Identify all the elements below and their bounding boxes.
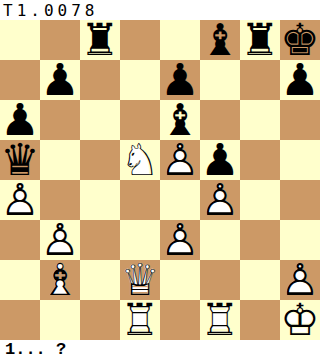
white-pawn-icon: ♟♙ (0, 180, 39, 220)
square-g4[interactable] (240, 180, 280, 220)
square-c5[interactable] (80, 140, 120, 180)
black-bishop-icon: ♝ (160, 100, 199, 140)
square-a1[interactable] (0, 300, 40, 340)
piece-outline: ♙ (160, 140, 199, 180)
piece-outline: ♘ (120, 140, 159, 180)
square-c1[interactable] (80, 300, 120, 340)
square-c8[interactable]: ♜ (80, 20, 120, 60)
square-c4[interactable] (80, 180, 120, 220)
square-a2[interactable] (0, 260, 40, 300)
piece-outline: ♕ (120, 260, 159, 300)
square-d5[interactable]: ♞♘ (120, 140, 160, 180)
square-c7[interactable] (80, 60, 120, 100)
square-h1[interactable]: ♚♔ (280, 300, 320, 340)
square-d1[interactable]: ♜♖ (120, 300, 160, 340)
square-f3[interactable] (200, 220, 240, 260)
square-b7[interactable]: ♟ (40, 60, 80, 100)
square-h5[interactable] (280, 140, 320, 180)
square-b6[interactable] (40, 100, 80, 140)
square-a3[interactable] (0, 220, 40, 260)
square-h2[interactable]: ♟♙ (280, 260, 320, 300)
square-h8[interactable]: ♚ (280, 20, 320, 60)
square-b8[interactable] (40, 20, 80, 60)
white-pawn-icon: ♟♙ (280, 260, 319, 300)
square-d3[interactable] (120, 220, 160, 260)
square-a5[interactable]: ♛ (0, 140, 40, 180)
square-f5[interactable]: ♟ (200, 140, 240, 180)
square-e8[interactable] (160, 20, 200, 60)
square-b1[interactable] (40, 300, 80, 340)
square-e2[interactable] (160, 260, 200, 300)
square-d4[interactable] (120, 180, 160, 220)
move-prompt: 1... ? (0, 340, 320, 360)
square-b3[interactable]: ♟♙ (40, 220, 80, 260)
white-rook-icon: ♜♖ (120, 300, 159, 340)
black-bishop-icon: ♝ (200, 20, 239, 60)
square-g2[interactable] (240, 260, 280, 300)
square-g3[interactable] (240, 220, 280, 260)
piece-outline: ♖ (200, 300, 239, 340)
square-f8[interactable]: ♝ (200, 20, 240, 60)
square-g6[interactable] (240, 100, 280, 140)
square-b4[interactable] (40, 180, 80, 220)
black-pawn-icon: ♟ (160, 60, 199, 100)
piece-outline: ♙ (160, 220, 199, 260)
square-b2[interactable]: ♝♗ (40, 260, 80, 300)
square-e1[interactable] (160, 300, 200, 340)
square-c2[interactable] (80, 260, 120, 300)
white-queen-icon: ♛♕ (120, 260, 159, 300)
white-pawn-icon: ♟♙ (160, 140, 199, 180)
chess-board: ♜♝♜♚♟♟♟♟♝♛♞♘♟♙♟♟♙♟♙♟♙♟♙♝♗♛♕♟♙♜♖♜♖♚♔ (0, 20, 320, 340)
square-e4[interactable] (160, 180, 200, 220)
square-g8[interactable]: ♜ (240, 20, 280, 60)
square-g7[interactable] (240, 60, 280, 100)
black-rook-icon: ♜ (80, 20, 119, 60)
chess-puzzle-window: T1.0078 ♜♝♜♚♟♟♟♟♝♛♞♘♟♙♟♟♙♟♙♟♙♟♙♝♗♛♕♟♙♜♖♜… (0, 0, 320, 360)
square-a8[interactable] (0, 20, 40, 60)
black-king-icon: ♚ (280, 20, 319, 60)
square-e3[interactable]: ♟♙ (160, 220, 200, 260)
square-d6[interactable] (120, 100, 160, 140)
square-d2[interactable]: ♛♕ (120, 260, 160, 300)
square-c3[interactable] (80, 220, 120, 260)
piece-outline: ♙ (200, 180, 239, 220)
square-h3[interactable] (280, 220, 320, 260)
square-a6[interactable]: ♟ (0, 100, 40, 140)
white-rook-icon: ♜♖ (200, 300, 239, 340)
square-a7[interactable] (0, 60, 40, 100)
black-pawn-icon: ♟ (280, 60, 319, 100)
piece-outline: ♙ (40, 220, 79, 260)
black-pawn-icon: ♟ (40, 60, 79, 100)
black-rook-icon: ♜ (240, 20, 279, 60)
square-c6[interactable] (80, 100, 120, 140)
square-a4[interactable]: ♟♙ (0, 180, 40, 220)
square-e6[interactable]: ♝ (160, 100, 200, 140)
square-e5[interactable]: ♟♙ (160, 140, 200, 180)
black-pawn-icon: ♟ (200, 140, 239, 180)
square-h7[interactable]: ♟ (280, 60, 320, 100)
white-pawn-icon: ♟♙ (160, 220, 199, 260)
puzzle-id: T1.0078 (0, 0, 320, 20)
square-g1[interactable] (240, 300, 280, 340)
white-bishop-icon: ♝♗ (40, 260, 79, 300)
square-f6[interactable] (200, 100, 240, 140)
white-knight-icon: ♞♘ (120, 140, 159, 180)
square-f4[interactable]: ♟♙ (200, 180, 240, 220)
black-pawn-icon: ♟ (0, 100, 39, 140)
piece-outline: ♗ (40, 260, 79, 300)
square-f2[interactable] (200, 260, 240, 300)
piece-outline: ♖ (120, 300, 159, 340)
piece-outline: ♔ (280, 300, 319, 340)
square-h6[interactable] (280, 100, 320, 140)
square-e7[interactable]: ♟ (160, 60, 200, 100)
square-g5[interactable] (240, 140, 280, 180)
white-pawn-icon: ♟♙ (200, 180, 239, 220)
square-d7[interactable] (120, 60, 160, 100)
square-f1[interactable]: ♜♖ (200, 300, 240, 340)
square-f7[interactable] (200, 60, 240, 100)
white-pawn-icon: ♟♙ (40, 220, 79, 260)
black-queen-icon: ♛ (0, 140, 39, 180)
piece-outline: ♙ (0, 180, 39, 220)
piece-outline: ♙ (280, 260, 319, 300)
square-h4[interactable] (280, 180, 320, 220)
white-king-icon: ♚♔ (280, 300, 319, 340)
square-b5[interactable] (40, 140, 80, 180)
square-d8[interactable] (120, 20, 160, 60)
